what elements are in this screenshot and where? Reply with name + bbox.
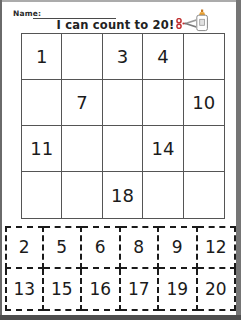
- grid-cell-17[interactable]: [62, 172, 102, 218]
- tile-6[interactable]: 6: [82, 226, 121, 269]
- counting-grid: 1 3 4 7 10 11 14 18: [21, 33, 225, 219]
- grid-cell-11: 11: [22, 126, 62, 172]
- page-frame-bottom: [0, 315, 241, 320]
- grid-cell-4: 4: [143, 34, 183, 80]
- grid-cell-18: 18: [103, 172, 143, 218]
- tile-17[interactable]: 17: [121, 269, 160, 312]
- grid-cell-16[interactable]: [22, 172, 62, 218]
- grid-cell-7: 7: [62, 80, 102, 126]
- tile-16[interactable]: 16: [82, 269, 121, 312]
- worksheet-page: Name: I can count to 20! 1 3 4 7 10 11 1…: [0, 0, 241, 320]
- grid-cell-9[interactable]: [143, 80, 183, 126]
- grid-cell-1: 1: [22, 34, 62, 80]
- tile-8[interactable]: 8: [121, 226, 160, 269]
- tile-15[interactable]: 15: [44, 269, 83, 312]
- grid-cell-15[interactable]: [184, 126, 224, 172]
- tile-5[interactable]: 5: [44, 226, 83, 269]
- grid-cell-19[interactable]: [143, 172, 183, 218]
- tile-12[interactable]: 12: [198, 226, 237, 269]
- cut-out-tiles: 2 5 6 8 9 12 13 15 16 17 19 20: [5, 226, 236, 311]
- tile-20[interactable]: 20: [198, 269, 237, 312]
- grid-cell-13[interactable]: [103, 126, 143, 172]
- grid-cell-12[interactable]: [62, 126, 102, 172]
- grid-cell-6[interactable]: [22, 80, 62, 126]
- page-frame-top: [0, 0, 241, 2]
- grid-cell-2[interactable]: [62, 34, 102, 80]
- tile-2[interactable]: 2: [5, 226, 44, 269]
- page-frame-right: [236, 0, 241, 320]
- page-frame-left: [0, 0, 2, 320]
- tile-13[interactable]: 13: [5, 269, 44, 312]
- tile-9[interactable]: 9: [159, 226, 198, 269]
- tile-19[interactable]: 19: [159, 269, 198, 312]
- grid-cell-14: 14: [143, 126, 183, 172]
- grid-cell-5[interactable]: [184, 34, 224, 80]
- scissors-icon: [176, 18, 196, 29]
- grid-cell-10: 10: [184, 80, 224, 126]
- grid-cell-20[interactable]: [184, 172, 224, 218]
- glue-bottle-icon: [195, 9, 209, 32]
- grid-cell-3: 3: [103, 34, 143, 80]
- grid-cell-8[interactable]: [103, 80, 143, 126]
